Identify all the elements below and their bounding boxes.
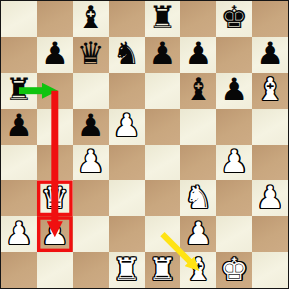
square-b1[interactable] [37, 252, 73, 288]
square-c4[interactable]: ♟ [73, 145, 109, 181]
square-f8[interactable] [180, 1, 216, 37]
square-e5[interactable] [145, 109, 181, 145]
piece-black-pawn[interactable]: ♟ [149, 38, 177, 69]
piece-white-pawn[interactable]: ♟ [5, 218, 33, 249]
square-g6[interactable]: ♟ [216, 73, 252, 109]
square-b6[interactable] [37, 73, 73, 109]
square-h4[interactable] [252, 145, 288, 181]
square-c1[interactable] [73, 252, 109, 288]
piece-white-pawn[interactable]: ♟ [220, 146, 248, 177]
piece-black-pawn[interactable]: ♟ [5, 110, 33, 141]
piece-black-knight[interactable]: ♞ [113, 38, 141, 69]
square-f3[interactable]: ♞ [180, 180, 216, 216]
piece-black-rook[interactable]: ♜ [5, 74, 33, 105]
square-h2[interactable] [252, 216, 288, 252]
piece-black-pawn[interactable]: ♟ [77, 110, 105, 141]
square-a1[interactable] [1, 252, 37, 288]
piece-black-pawn[interactable]: ♟ [220, 74, 248, 105]
board-frame: ♝♜♚♟♛♞♟♟♟♜♝♟♝♟♟♟♟♟♛♞♟♟♟♟♜♜♝♚ [0, 0, 289, 289]
piece-black-rook[interactable]: ♜ [149, 2, 177, 33]
square-g7[interactable] [216, 37, 252, 73]
square-e1[interactable]: ♜ [145, 252, 181, 288]
square-b3[interactable]: ♛ [37, 180, 73, 216]
square-f4[interactable] [180, 145, 216, 181]
square-f7[interactable]: ♟ [180, 37, 216, 73]
piece-black-queen[interactable]: ♛ [77, 38, 105, 69]
piece-black-king[interactable]: ♚ [220, 2, 248, 33]
square-e8[interactable]: ♜ [145, 1, 181, 37]
square-d3[interactable] [109, 180, 145, 216]
piece-white-pawn[interactable]: ♟ [184, 218, 212, 249]
piece-white-queen[interactable]: ♛ [41, 182, 69, 213]
piece-white-knight[interactable]: ♞ [184, 182, 212, 213]
piece-white-pawn[interactable]: ♟ [113, 110, 141, 141]
piece-white-rook[interactable]: ♜ [149, 254, 177, 285]
square-c2[interactable] [73, 216, 109, 252]
chess-board: ♝♜♚♟♛♞♟♟♟♜♝♟♝♟♟♟♟♟♛♞♟♟♟♟♜♜♝♚ [1, 1, 288, 288]
square-g8[interactable]: ♚ [216, 1, 252, 37]
square-h1[interactable] [252, 252, 288, 288]
square-e7[interactable]: ♟ [145, 37, 181, 73]
piece-white-rook[interactable]: ♜ [113, 254, 141, 285]
square-e2[interactable] [145, 216, 181, 252]
square-d7[interactable]: ♞ [109, 37, 145, 73]
piece-white-bishop[interactable]: ♝ [256, 74, 284, 105]
square-e6[interactable] [145, 73, 181, 109]
square-f1[interactable]: ♝ [180, 252, 216, 288]
square-b5[interactable] [37, 109, 73, 145]
piece-black-bishop[interactable]: ♝ [184, 74, 212, 105]
piece-black-pawn[interactable]: ♟ [41, 38, 69, 69]
piece-black-bishop[interactable]: ♝ [77, 2, 105, 33]
square-a2[interactable]: ♟ [1, 216, 37, 252]
square-g2[interactable] [216, 216, 252, 252]
square-d2[interactable] [109, 216, 145, 252]
square-a7[interactable] [1, 37, 37, 73]
piece-white-pawn[interactable]: ♟ [41, 218, 69, 249]
square-h3[interactable]: ♟ [252, 180, 288, 216]
square-b2[interactable]: ♟ [37, 216, 73, 252]
square-d5[interactable]: ♟ [109, 109, 145, 145]
square-b7[interactable]: ♟ [37, 37, 73, 73]
square-a5[interactable]: ♟ [1, 109, 37, 145]
square-g4[interactable]: ♟ [216, 145, 252, 181]
square-b4[interactable] [37, 145, 73, 181]
square-d6[interactable] [109, 73, 145, 109]
square-d1[interactable]: ♜ [109, 252, 145, 288]
square-h5[interactable] [252, 109, 288, 145]
square-g3[interactable] [216, 180, 252, 216]
square-g5[interactable] [216, 109, 252, 145]
square-c6[interactable] [73, 73, 109, 109]
piece-white-king[interactable]: ♚ [220, 254, 248, 285]
square-e4[interactable] [145, 145, 181, 181]
piece-white-bishop[interactable]: ♝ [184, 254, 212, 285]
square-h6[interactable]: ♝ [252, 73, 288, 109]
piece-black-pawn[interactable]: ♟ [256, 38, 284, 69]
square-c7[interactable]: ♛ [73, 37, 109, 73]
square-e3[interactable] [145, 180, 181, 216]
square-c5[interactable]: ♟ [73, 109, 109, 145]
square-c3[interactable] [73, 180, 109, 216]
square-c8[interactable]: ♝ [73, 1, 109, 37]
square-b8[interactable] [37, 1, 73, 37]
square-a8[interactable] [1, 1, 37, 37]
square-f6[interactable]: ♝ [180, 73, 216, 109]
square-a3[interactable] [1, 180, 37, 216]
piece-black-pawn[interactable]: ♟ [184, 38, 212, 69]
square-f2[interactable]: ♟ [180, 216, 216, 252]
piece-white-pawn[interactable]: ♟ [256, 182, 284, 213]
piece-white-pawn[interactable]: ♟ [77, 146, 105, 177]
square-d8[interactable] [109, 1, 145, 37]
square-a4[interactable] [1, 145, 37, 181]
square-a6[interactable]: ♜ [1, 73, 37, 109]
square-h8[interactable] [252, 1, 288, 37]
square-g1[interactable]: ♚ [216, 252, 252, 288]
square-d4[interactable] [109, 145, 145, 181]
square-f5[interactable] [180, 109, 216, 145]
square-h7[interactable]: ♟ [252, 37, 288, 73]
